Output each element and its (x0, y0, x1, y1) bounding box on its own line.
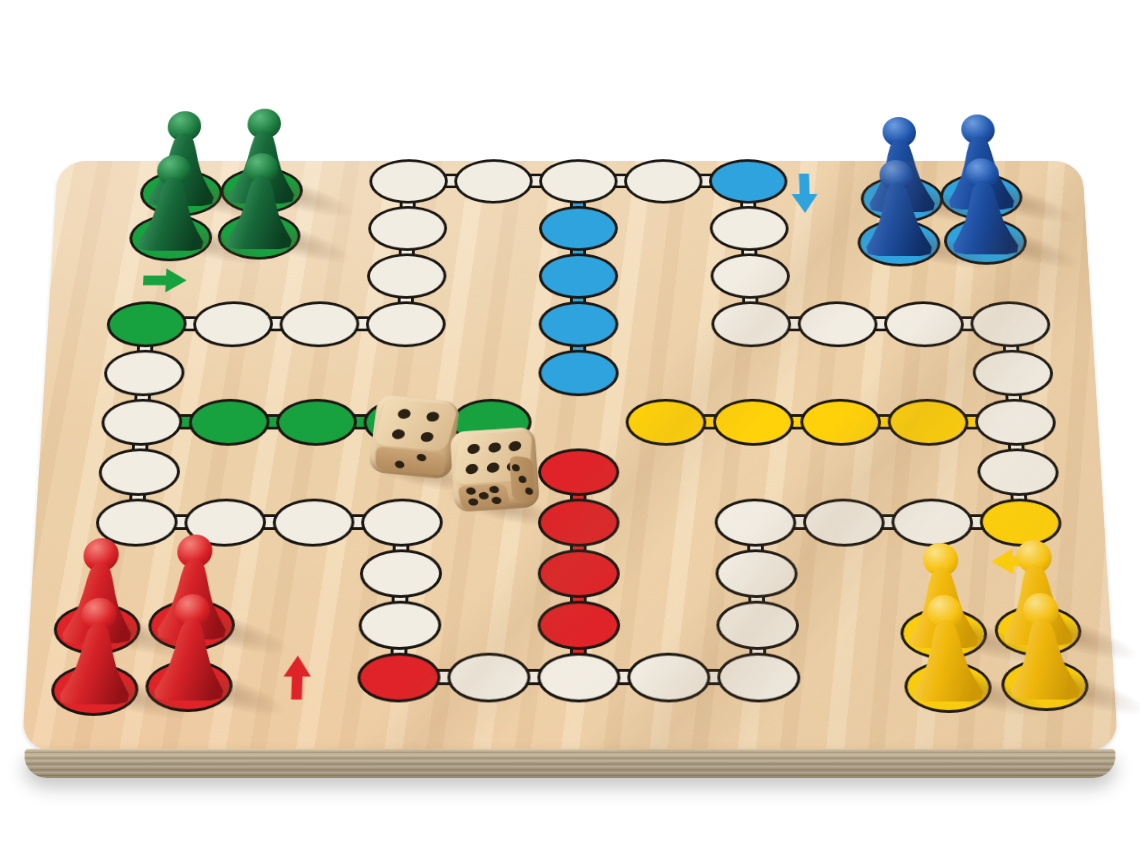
die-pip (466, 464, 479, 475)
red-pawn-3[interactable] (57, 598, 136, 704)
die-pip (486, 462, 499, 473)
die-pip (525, 487, 533, 495)
green-pawn-4[interactable] (224, 153, 297, 249)
yellow-pawn-3[interactable] (908, 595, 985, 701)
blue-start-arrow-icon (790, 174, 819, 213)
die-pip (509, 441, 522, 452)
blue-pawn-3[interactable] (861, 160, 934, 256)
ludo-board (20, 161, 1120, 780)
die-pip (489, 486, 500, 494)
die-pip (478, 492, 489, 500)
die-pip (420, 432, 435, 443)
board-surface (22, 161, 1118, 751)
die-pip (467, 444, 480, 455)
green-pawn-3[interactable] (135, 155, 209, 251)
pawn-body (135, 177, 208, 251)
die-pip (511, 463, 519, 471)
die-1[interactable] (368, 394, 460, 479)
die-front-face (375, 447, 445, 476)
yellow-pawn-4[interactable] (1004, 593, 1083, 699)
green-start-arrow-icon (143, 267, 188, 293)
die-pip (491, 496, 502, 504)
board-plywood-edge (23, 749, 1117, 778)
blue-pawn-4[interactable] (947, 158, 1021, 254)
pawn-body (224, 175, 296, 249)
pawn-body (909, 620, 986, 702)
red-pawn-4[interactable] (152, 594, 229, 700)
die-pip (416, 454, 426, 462)
die-pip (391, 429, 406, 440)
pawn-body (862, 182, 934, 256)
die-right-face (509, 455, 535, 504)
die-pip (425, 411, 440, 422)
die-pip (488, 443, 501, 454)
pawn-body (57, 622, 134, 704)
red-start-arrow-icon (282, 656, 313, 700)
die-pip (397, 408, 412, 419)
board-scene (20, 100, 1120, 812)
die-top-face (373, 399, 458, 453)
die-pip (518, 475, 526, 483)
die-pip (466, 487, 477, 495)
pawn-body (948, 180, 1021, 254)
pieces-layer (22, 161, 1118, 751)
pawn-body (152, 619, 229, 701)
pawn-body (1005, 618, 1082, 700)
photo-canvas (0, 0, 1140, 855)
die-pip (468, 498, 479, 506)
die-pip (394, 461, 404, 469)
die-front-face (457, 483, 510, 509)
die-2[interactable] (450, 427, 540, 513)
